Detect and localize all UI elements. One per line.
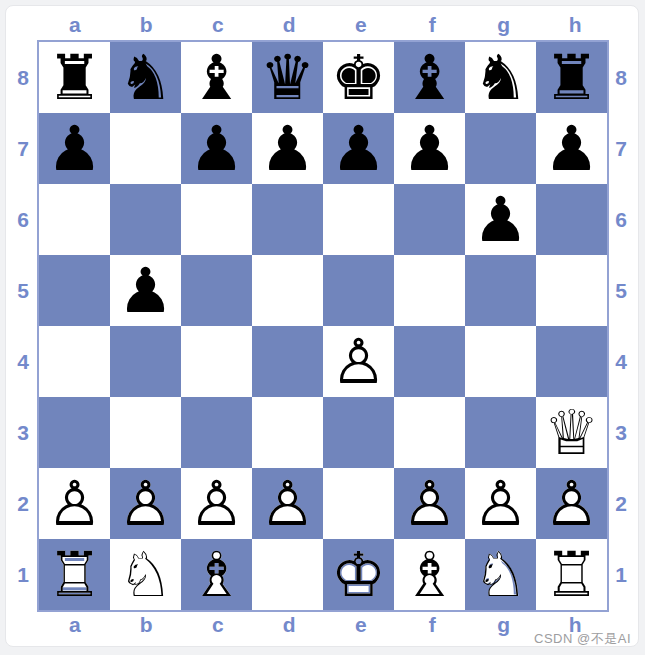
rank-label-6: 6 [608, 184, 634, 255]
square-a4[interactable] [39, 326, 110, 397]
white-queen-h3: ♛♕ [544, 402, 600, 464]
white-knight-g1: ♞♘ [473, 544, 529, 606]
file-label-b: b [111, 13, 183, 37]
rank-label-1: 1 [608, 539, 634, 610]
white-pawn-h2: ♟♙ [544, 473, 600, 535]
square-g4[interactable] [465, 326, 536, 397]
rank-label-5: 5 [608, 255, 634, 326]
black-pawn-a7: ♟ [47, 118, 103, 180]
black-pawn-f7: ♟ [402, 118, 458, 180]
square-e5[interactable] [323, 255, 394, 326]
white-pawn-e4: ♟♙ [331, 331, 387, 393]
square-e4[interactable]: ♟♙ [323, 326, 394, 397]
square-b1[interactable]: ♞♘ [110, 539, 181, 610]
square-g6[interactable]: ♟ [465, 184, 536, 255]
black-pawn-d7: ♟ [260, 118, 316, 180]
square-b5[interactable]: ♟ [110, 255, 181, 326]
square-e1[interactable]: ♚♔ [323, 539, 394, 610]
black-bishop-c8: ♝ [189, 47, 245, 109]
black-rook-a8: ♜ [47, 47, 103, 109]
square-a8[interactable]: ♜ [39, 42, 110, 113]
white-bishop-c1: ♝♗ [189, 544, 245, 606]
square-f5[interactable] [394, 255, 465, 326]
file-label-a: a [39, 613, 111, 637]
square-f2[interactable]: ♟♙ [394, 468, 465, 539]
rank-label-7: 7 [608, 113, 634, 184]
square-a2[interactable]: ♟♙ [39, 468, 110, 539]
square-c1[interactable]: ♝♗ [181, 539, 252, 610]
square-d6[interactable] [252, 184, 323, 255]
rank-label-8: 8 [608, 42, 634, 113]
file-label-g: g [468, 13, 540, 37]
square-g7[interactable] [465, 113, 536, 184]
file-label-f: f [397, 613, 469, 637]
square-d1[interactable] [252, 539, 323, 610]
square-c2[interactable]: ♟♙ [181, 468, 252, 539]
square-a1[interactable]: ♜♖ [39, 539, 110, 610]
square-a3[interactable] [39, 397, 110, 468]
rank-label-5: 5 [10, 255, 36, 326]
white-king-e1: ♚♔ [331, 544, 387, 606]
square-c7[interactable]: ♟ [181, 113, 252, 184]
square-a7[interactable]: ♟ [39, 113, 110, 184]
square-h4[interactable] [536, 326, 607, 397]
square-d3[interactable] [252, 397, 323, 468]
square-c4[interactable] [181, 326, 252, 397]
square-d7[interactable]: ♟ [252, 113, 323, 184]
file-label-f: f [397, 13, 469, 37]
file-label-c: c [182, 13, 254, 37]
square-g5[interactable] [465, 255, 536, 326]
rank-label-6: 6 [10, 184, 36, 255]
black-knight-g8: ♞ [473, 47, 529, 109]
square-d4[interactable] [252, 326, 323, 397]
square-b3[interactable] [110, 397, 181, 468]
rank-label-4: 4 [10, 326, 36, 397]
white-pawn-d2: ♟♙ [260, 473, 316, 535]
rank-labels-right: 87654321 [608, 42, 634, 610]
black-bishop-f8: ♝ [402, 47, 458, 109]
square-e6[interactable] [323, 184, 394, 255]
rank-label-7: 7 [10, 113, 36, 184]
white-knight-b1: ♞♘ [118, 544, 174, 606]
square-c8[interactable]: ♝ [181, 42, 252, 113]
file-label-e: e [325, 13, 397, 37]
black-queen-d8: ♛ [260, 47, 316, 109]
square-h5[interactable] [536, 255, 607, 326]
file-label-b: b [111, 613, 183, 637]
square-f7[interactable]: ♟ [394, 113, 465, 184]
white-pawn-b2: ♟♙ [118, 473, 174, 535]
rank-labels-left: 87654321 [10, 42, 36, 610]
square-h7[interactable]: ♟ [536, 113, 607, 184]
black-pawn-g6: ♟ [473, 189, 529, 251]
white-pawn-g2: ♟♙ [473, 473, 529, 535]
file-label-a: a [39, 13, 111, 37]
rank-label-3: 3 [10, 397, 36, 468]
rank-label-2: 2 [10, 468, 36, 539]
square-h3[interactable]: ♛♕ [536, 397, 607, 468]
white-pawn-f2: ♟♙ [402, 473, 458, 535]
file-label-g: g [468, 613, 540, 637]
square-b8[interactable]: ♞ [110, 42, 181, 113]
black-king-e8: ♚ [331, 47, 387, 109]
square-c5[interactable] [181, 255, 252, 326]
rank-label-4: 4 [608, 326, 634, 397]
square-h6[interactable] [536, 184, 607, 255]
file-label-c: c [182, 613, 254, 637]
square-e3[interactable] [323, 397, 394, 468]
white-pawn-c2: ♟♙ [189, 473, 245, 535]
square-f3[interactable] [394, 397, 465, 468]
square-g1[interactable]: ♞♘ [465, 539, 536, 610]
square-e2[interactable] [323, 468, 394, 539]
square-b7[interactable] [110, 113, 181, 184]
square-f4[interactable] [394, 326, 465, 397]
black-rook-h8: ♜ [544, 47, 600, 109]
file-labels-top: abcdefgh [39, 12, 611, 38]
chess-board: ♜♞♝♛♚♝♞♜♟♟♟♟♟♟♟♟♟♙♛♕♟♙♟♙♟♙♟♙♟♙♟♙♟♙♜♖♞♘♝♗… [37, 40, 609, 612]
square-f8[interactable]: ♝ [394, 42, 465, 113]
square-e7[interactable]: ♟ [323, 113, 394, 184]
rank-label-2: 2 [608, 468, 634, 539]
square-b4[interactable] [110, 326, 181, 397]
square-a5[interactable] [39, 255, 110, 326]
white-pawn-a2: ♟♙ [47, 473, 103, 535]
square-g2[interactable]: ♟♙ [465, 468, 536, 539]
white-bishop-f1: ♝♗ [402, 544, 458, 606]
file-label-h: h [540, 13, 612, 37]
square-d8[interactable]: ♛ [252, 42, 323, 113]
black-pawn-c7: ♟ [189, 118, 245, 180]
square-f1[interactable]: ♝♗ [394, 539, 465, 610]
black-pawn-e7: ♟ [331, 118, 387, 180]
white-rook-a1: ♜♖ [47, 544, 103, 606]
rank-label-1: 1 [10, 539, 36, 610]
white-rook-h1: ♜♖ [544, 544, 600, 606]
board-card: abcdefgh 87654321 ♜♞♝♛♚♝♞♜♟♟♟♟♟♟♟♟♟♙♛♕♟♙… [5, 5, 639, 647]
black-pawn-h7: ♟ [544, 118, 600, 180]
square-e8[interactable]: ♚ [323, 42, 394, 113]
square-h8[interactable]: ♜ [536, 42, 607, 113]
square-c6[interactable] [181, 184, 252, 255]
square-b2[interactable]: ♟♙ [110, 468, 181, 539]
black-pawn-b5: ♟ [118, 260, 174, 322]
file-label-d: d [254, 613, 326, 637]
square-d5[interactable] [252, 255, 323, 326]
black-knight-b8: ♞ [118, 47, 174, 109]
rank-label-3: 3 [608, 397, 634, 468]
square-f6[interactable] [394, 184, 465, 255]
square-g8[interactable]: ♞ [465, 42, 536, 113]
file-label-d: d [254, 13, 326, 37]
file-label-e: e [325, 613, 397, 637]
square-c3[interactable] [181, 397, 252, 468]
square-h1[interactable]: ♜♖ [536, 539, 607, 610]
square-g3[interactable] [465, 397, 536, 468]
watermark: CSDN @不是AI [534, 630, 631, 648]
square-a6[interactable] [39, 184, 110, 255]
square-h2[interactable]: ♟♙ [536, 468, 607, 539]
square-d2[interactable]: ♟♙ [252, 468, 323, 539]
rank-label-8: 8 [10, 42, 36, 113]
file-labels-bottom: abcdefgh [39, 612, 611, 638]
square-b6[interactable] [110, 184, 181, 255]
